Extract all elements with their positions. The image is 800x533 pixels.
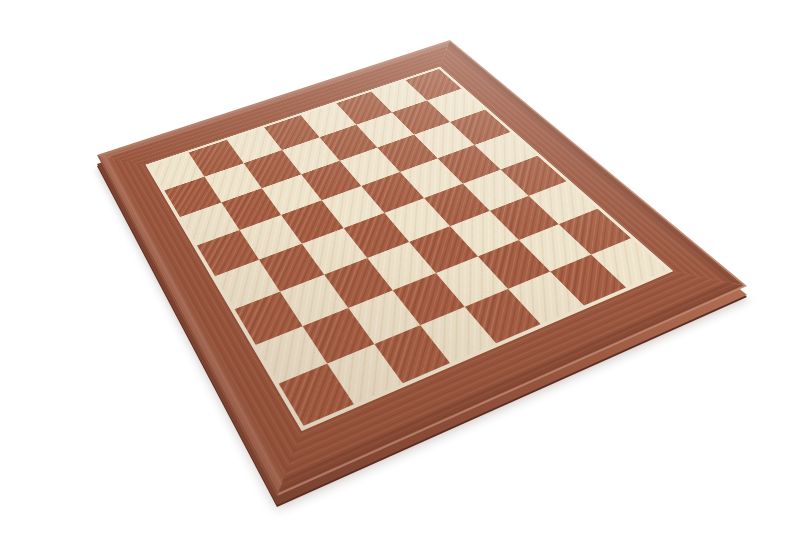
photo-canvas <box>0 0 800 533</box>
chess-board <box>97 40 747 496</box>
